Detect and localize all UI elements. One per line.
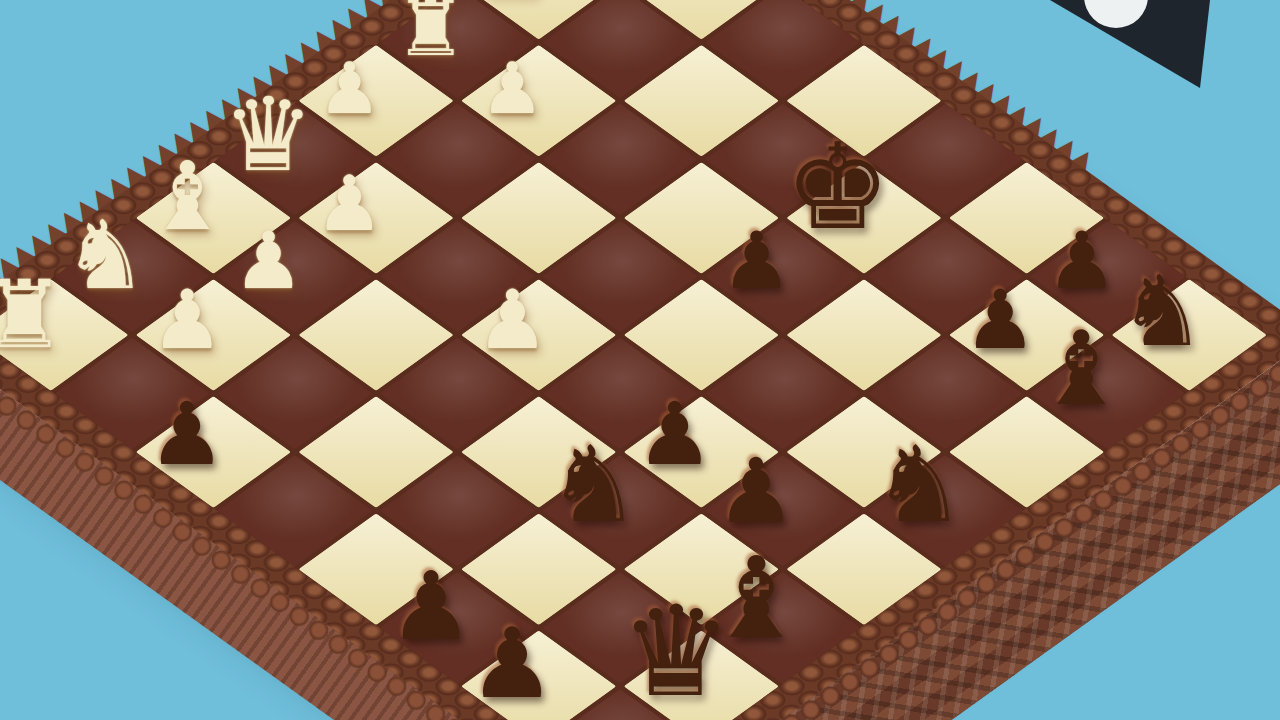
black-pawn[interactable]: ♟	[132, 397, 242, 471]
black-bishop[interactable]: ♝	[1026, 326, 1136, 413]
white-pawn[interactable]: ♟	[132, 285, 242, 354]
white-pawn[interactable]: ♟	[457, 59, 567, 119]
navy-box	[1040, 0, 1215, 88]
white-rook[interactable]: ♜	[376, 0, 486, 61]
box-circle-logo	[1084, 0, 1148, 28]
black-queen[interactable]: ♛	[620, 599, 730, 705]
black-pawn[interactable]: ♟	[701, 228, 811, 295]
white-pawn[interactable]: ♟	[457, 285, 567, 354]
black-king[interactable]: ♚	[783, 136, 893, 237]
black-knight[interactable]: ♞	[864, 440, 974, 529]
black-knight[interactable]: ♞	[539, 440, 649, 529]
black-pawn[interactable]: ♟	[701, 454, 811, 530]
white-pawn[interactable]: ♟	[295, 172, 405, 237]
white-rook[interactable]: ♜	[0, 275, 79, 354]
black-pawn[interactable]: ♟	[457, 623, 567, 706]
